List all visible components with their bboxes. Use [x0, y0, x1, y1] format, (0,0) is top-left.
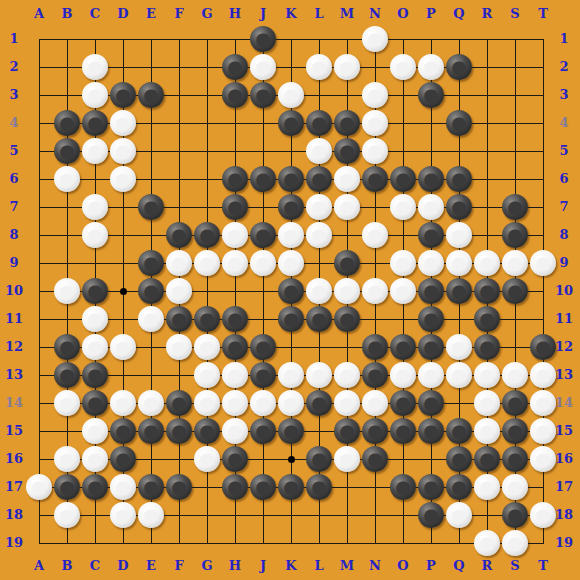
- point-T7[interactable]: [529, 193, 557, 221]
- point-K7[interactable]: ●: [277, 193, 305, 221]
- point-J17[interactable]: ●: [249, 473, 277, 501]
- point-H19[interactable]: [221, 529, 249, 557]
- point-H12[interactable]: ●: [221, 333, 249, 361]
- point-J19[interactable]: [249, 529, 277, 557]
- point-B12[interactable]: ●: [53, 333, 81, 361]
- point-S2[interactable]: [501, 53, 529, 81]
- point-E15[interactable]: ●: [137, 417, 165, 445]
- point-P2[interactable]: ●: [417, 53, 445, 81]
- point-L10[interactable]: ●: [305, 277, 333, 305]
- point-M5[interactable]: ●: [333, 137, 361, 165]
- point-P11[interactable]: ●: [417, 305, 445, 333]
- point-D12[interactable]: ●: [109, 333, 137, 361]
- point-M18[interactable]: [333, 501, 361, 529]
- point-E4[interactable]: [137, 109, 165, 137]
- point-A13[interactable]: [25, 361, 53, 389]
- point-N4[interactable]: ●: [361, 109, 389, 137]
- point-C11[interactable]: ●: [81, 305, 109, 333]
- point-F14[interactable]: ●: [165, 389, 193, 417]
- point-H8[interactable]: ●: [221, 221, 249, 249]
- point-D2[interactable]: [109, 53, 137, 81]
- point-Q5[interactable]: [445, 137, 473, 165]
- point-A3[interactable]: [25, 81, 53, 109]
- point-P13[interactable]: ●: [417, 361, 445, 389]
- point-C8[interactable]: ●: [81, 221, 109, 249]
- point-D8[interactable]: [109, 221, 137, 249]
- point-Q7[interactable]: ●: [445, 193, 473, 221]
- point-E12[interactable]: [137, 333, 165, 361]
- point-S6[interactable]: [501, 165, 529, 193]
- point-Q10[interactable]: ●: [445, 277, 473, 305]
- point-K12[interactable]: [277, 333, 305, 361]
- point-F2[interactable]: [165, 53, 193, 81]
- point-K14[interactable]: ●: [277, 389, 305, 417]
- point-H7[interactable]: ●: [221, 193, 249, 221]
- point-S11[interactable]: [501, 305, 529, 333]
- point-T15[interactable]: ●: [529, 417, 557, 445]
- point-L11[interactable]: ●: [305, 305, 333, 333]
- point-Q3[interactable]: [445, 81, 473, 109]
- point-P17[interactable]: ●: [417, 473, 445, 501]
- point-R1[interactable]: [473, 25, 501, 53]
- point-A18[interactable]: [25, 501, 53, 529]
- point-M17[interactable]: [333, 473, 361, 501]
- point-J9[interactable]: ●: [249, 249, 277, 277]
- point-T1[interactable]: [529, 25, 557, 53]
- point-P6[interactable]: ●: [417, 165, 445, 193]
- point-F9[interactable]: ●: [165, 249, 193, 277]
- point-F4[interactable]: [165, 109, 193, 137]
- point-H15[interactable]: ●: [221, 417, 249, 445]
- point-D17[interactable]: ●: [109, 473, 137, 501]
- point-Q6[interactable]: ●: [445, 165, 473, 193]
- point-Q12[interactable]: ●: [445, 333, 473, 361]
- point-L7[interactable]: ●: [305, 193, 333, 221]
- point-N15[interactable]: ●: [361, 417, 389, 445]
- point-J15[interactable]: ●: [249, 417, 277, 445]
- point-J7[interactable]: [249, 193, 277, 221]
- point-G2[interactable]: [193, 53, 221, 81]
- point-R12[interactable]: ●: [473, 333, 501, 361]
- point-C2[interactable]: ●: [81, 53, 109, 81]
- point-A9[interactable]: [25, 249, 53, 277]
- point-T17[interactable]: [529, 473, 557, 501]
- point-J8[interactable]: ●: [249, 221, 277, 249]
- point-R7[interactable]: [473, 193, 501, 221]
- point-O5[interactable]: [389, 137, 417, 165]
- point-Q15[interactable]: ●: [445, 417, 473, 445]
- point-H10[interactable]: [221, 277, 249, 305]
- point-M1[interactable]: [333, 25, 361, 53]
- point-A5[interactable]: [25, 137, 53, 165]
- point-Q19[interactable]: [445, 529, 473, 557]
- point-K8[interactable]: ●: [277, 221, 305, 249]
- point-T6[interactable]: [529, 165, 557, 193]
- point-G15[interactable]: ●: [193, 417, 221, 445]
- point-H11[interactable]: ●: [221, 305, 249, 333]
- point-N5[interactable]: ●: [361, 137, 389, 165]
- point-A15[interactable]: [25, 417, 53, 445]
- point-J14[interactable]: ●: [249, 389, 277, 417]
- point-Q18[interactable]: ●: [445, 501, 473, 529]
- point-O10[interactable]: ●: [389, 277, 417, 305]
- point-B8[interactable]: [53, 221, 81, 249]
- point-F3[interactable]: [165, 81, 193, 109]
- point-L17[interactable]: ●: [305, 473, 333, 501]
- point-K1[interactable]: [277, 25, 305, 53]
- point-B17[interactable]: ●: [53, 473, 81, 501]
- point-F19[interactable]: [165, 529, 193, 557]
- point-N13[interactable]: ●: [361, 361, 389, 389]
- point-P19[interactable]: [417, 529, 445, 557]
- point-Q16[interactable]: ●: [445, 445, 473, 473]
- point-J3[interactable]: ●: [249, 81, 277, 109]
- point-T19[interactable]: [529, 529, 557, 557]
- point-Q4[interactable]: ●: [445, 109, 473, 137]
- point-L3[interactable]: [305, 81, 333, 109]
- point-O2[interactable]: ●: [389, 53, 417, 81]
- point-S14[interactable]: ●: [501, 389, 529, 417]
- point-P8[interactable]: ●: [417, 221, 445, 249]
- point-C1[interactable]: [81, 25, 109, 53]
- point-S3[interactable]: [501, 81, 529, 109]
- point-L9[interactable]: [305, 249, 333, 277]
- point-G1[interactable]: [193, 25, 221, 53]
- point-L13[interactable]: ●: [305, 361, 333, 389]
- point-P14[interactable]: ●: [417, 389, 445, 417]
- point-F10[interactable]: ●: [165, 277, 193, 305]
- point-B9[interactable]: [53, 249, 81, 277]
- point-N18[interactable]: [361, 501, 389, 529]
- point-T10[interactable]: [529, 277, 557, 305]
- point-R16[interactable]: ●: [473, 445, 501, 473]
- point-F15[interactable]: ●: [165, 417, 193, 445]
- point-D6[interactable]: ●: [109, 165, 137, 193]
- point-B16[interactable]: ●: [53, 445, 81, 473]
- point-D18[interactable]: ●: [109, 501, 137, 529]
- point-M4[interactable]: ●: [333, 109, 361, 137]
- point-Q13[interactable]: ●: [445, 361, 473, 389]
- point-M2[interactable]: ●: [333, 53, 361, 81]
- point-F8[interactable]: ●: [165, 221, 193, 249]
- point-D5[interactable]: ●: [109, 137, 137, 165]
- point-L2[interactable]: ●: [305, 53, 333, 81]
- point-E9[interactable]: ●: [137, 249, 165, 277]
- point-R2[interactable]: [473, 53, 501, 81]
- point-N17[interactable]: [361, 473, 389, 501]
- point-E7[interactable]: ●: [137, 193, 165, 221]
- point-R14[interactable]: ●: [473, 389, 501, 417]
- point-F7[interactable]: [165, 193, 193, 221]
- point-B14[interactable]: ●: [53, 389, 81, 417]
- point-P16[interactable]: [417, 445, 445, 473]
- point-R10[interactable]: ●: [473, 277, 501, 305]
- point-J4[interactable]: [249, 109, 277, 137]
- point-C14[interactable]: ●: [81, 389, 109, 417]
- point-M12[interactable]: [333, 333, 361, 361]
- point-A6[interactable]: [25, 165, 53, 193]
- point-G12[interactable]: ●: [193, 333, 221, 361]
- point-B10[interactable]: ●: [53, 277, 81, 305]
- point-P5[interactable]: [417, 137, 445, 165]
- point-M16[interactable]: ●: [333, 445, 361, 473]
- point-N7[interactable]: [361, 193, 389, 221]
- point-A1[interactable]: [25, 25, 53, 53]
- point-E10[interactable]: ●: [137, 277, 165, 305]
- point-P4[interactable]: [417, 109, 445, 137]
- point-T12[interactable]: ●: [529, 333, 557, 361]
- point-K13[interactable]: ●: [277, 361, 305, 389]
- point-S18[interactable]: ●: [501, 501, 529, 529]
- point-S4[interactable]: [501, 109, 529, 137]
- point-P1[interactable]: [417, 25, 445, 53]
- point-F16[interactable]: [165, 445, 193, 473]
- point-N8[interactable]: ●: [361, 221, 389, 249]
- point-S8[interactable]: ●: [501, 221, 529, 249]
- point-N19[interactable]: [361, 529, 389, 557]
- point-R13[interactable]: ●: [473, 361, 501, 389]
- point-N10[interactable]: ●: [361, 277, 389, 305]
- point-S16[interactable]: ●: [501, 445, 529, 473]
- point-T11[interactable]: [529, 305, 557, 333]
- point-E19[interactable]: [137, 529, 165, 557]
- point-H9[interactable]: ●: [221, 249, 249, 277]
- point-M19[interactable]: [333, 529, 361, 557]
- point-T4[interactable]: [529, 109, 557, 137]
- point-K6[interactable]: ●: [277, 165, 305, 193]
- point-M13[interactable]: ●: [333, 361, 361, 389]
- point-H13[interactable]: ●: [221, 361, 249, 389]
- point-R5[interactable]: [473, 137, 501, 165]
- point-O17[interactable]: ●: [389, 473, 417, 501]
- point-F1[interactable]: [165, 25, 193, 53]
- point-H6[interactable]: ●: [221, 165, 249, 193]
- point-K2[interactable]: [277, 53, 305, 81]
- point-H1[interactable]: [221, 25, 249, 53]
- point-J10[interactable]: [249, 277, 277, 305]
- point-T14[interactable]: ●: [529, 389, 557, 417]
- point-O4[interactable]: [389, 109, 417, 137]
- point-A11[interactable]: [25, 305, 53, 333]
- point-G5[interactable]: [193, 137, 221, 165]
- point-C9[interactable]: [81, 249, 109, 277]
- point-O16[interactable]: [389, 445, 417, 473]
- point-N3[interactable]: ●: [361, 81, 389, 109]
- point-B5[interactable]: ●: [53, 137, 81, 165]
- point-B7[interactable]: [53, 193, 81, 221]
- point-N6[interactable]: ●: [361, 165, 389, 193]
- point-P10[interactable]: ●: [417, 277, 445, 305]
- point-A12[interactable]: [25, 333, 53, 361]
- point-G17[interactable]: [193, 473, 221, 501]
- point-L12[interactable]: [305, 333, 333, 361]
- point-Q1[interactable]: [445, 25, 473, 53]
- point-L15[interactable]: [305, 417, 333, 445]
- point-G9[interactable]: ●: [193, 249, 221, 277]
- point-E1[interactable]: [137, 25, 165, 53]
- point-F18[interactable]: [165, 501, 193, 529]
- point-J6[interactable]: ●: [249, 165, 277, 193]
- point-D3[interactable]: ●: [109, 81, 137, 109]
- point-L19[interactable]: [305, 529, 333, 557]
- point-O7[interactable]: ●: [389, 193, 417, 221]
- point-S9[interactable]: ●: [501, 249, 529, 277]
- point-C6[interactable]: [81, 165, 109, 193]
- point-C3[interactable]: ●: [81, 81, 109, 109]
- point-P12[interactable]: ●: [417, 333, 445, 361]
- point-O12[interactable]: ●: [389, 333, 417, 361]
- point-O3[interactable]: [389, 81, 417, 109]
- point-B18[interactable]: ●: [53, 501, 81, 529]
- point-O11[interactable]: [389, 305, 417, 333]
- point-R9[interactable]: ●: [473, 249, 501, 277]
- point-K19[interactable]: [277, 529, 305, 557]
- point-S17[interactable]: ●: [501, 473, 529, 501]
- point-H2[interactable]: ●: [221, 53, 249, 81]
- point-G18[interactable]: [193, 501, 221, 529]
- point-K17[interactable]: ●: [277, 473, 305, 501]
- point-A16[interactable]: [25, 445, 53, 473]
- point-S19[interactable]: ●: [501, 529, 529, 557]
- point-J2[interactable]: ●: [249, 53, 277, 81]
- point-P15[interactable]: ●: [417, 417, 445, 445]
- point-L4[interactable]: ●: [305, 109, 333, 137]
- point-E5[interactable]: [137, 137, 165, 165]
- point-C18[interactable]: [81, 501, 109, 529]
- point-A10[interactable]: [25, 277, 53, 305]
- point-S5[interactable]: [501, 137, 529, 165]
- point-M6[interactable]: ●: [333, 165, 361, 193]
- point-M11[interactable]: ●: [333, 305, 361, 333]
- point-D4[interactable]: ●: [109, 109, 137, 137]
- point-D1[interactable]: [109, 25, 137, 53]
- point-B1[interactable]: [53, 25, 81, 53]
- point-H17[interactable]: ●: [221, 473, 249, 501]
- point-M8[interactable]: [333, 221, 361, 249]
- point-K9[interactable]: ●: [277, 249, 305, 277]
- point-L1[interactable]: [305, 25, 333, 53]
- point-G14[interactable]: ●: [193, 389, 221, 417]
- point-O6[interactable]: ●: [389, 165, 417, 193]
- point-T13[interactable]: ●: [529, 361, 557, 389]
- point-H4[interactable]: [221, 109, 249, 137]
- point-C16[interactable]: ●: [81, 445, 109, 473]
- point-D13[interactable]: [109, 361, 137, 389]
- point-B6[interactable]: ●: [53, 165, 81, 193]
- point-H14[interactable]: ●: [221, 389, 249, 417]
- point-K5[interactable]: [277, 137, 305, 165]
- point-N11[interactable]: [361, 305, 389, 333]
- point-C10[interactable]: ●: [81, 277, 109, 305]
- point-H16[interactable]: ●: [221, 445, 249, 473]
- point-G16[interactable]: ●: [193, 445, 221, 473]
- point-L18[interactable]: [305, 501, 333, 529]
- point-C15[interactable]: ●: [81, 417, 109, 445]
- point-T16[interactable]: ●: [529, 445, 557, 473]
- point-A2[interactable]: [25, 53, 53, 81]
- point-E14[interactable]: ●: [137, 389, 165, 417]
- point-C4[interactable]: ●: [81, 109, 109, 137]
- point-A17[interactable]: ●: [25, 473, 53, 501]
- point-Q2[interactable]: ●: [445, 53, 473, 81]
- point-J18[interactable]: [249, 501, 277, 529]
- point-Q9[interactable]: ●: [445, 249, 473, 277]
- point-G10[interactable]: [193, 277, 221, 305]
- point-M3[interactable]: [333, 81, 361, 109]
- point-B15[interactable]: [53, 417, 81, 445]
- point-K16[interactable]: [277, 445, 305, 473]
- point-R8[interactable]: [473, 221, 501, 249]
- point-J16[interactable]: [249, 445, 277, 473]
- point-F6[interactable]: [165, 165, 193, 193]
- point-B19[interactable]: [53, 529, 81, 557]
- point-F5[interactable]: [165, 137, 193, 165]
- point-D15[interactable]: ●: [109, 417, 137, 445]
- point-D7[interactable]: [109, 193, 137, 221]
- point-O9[interactable]: ●: [389, 249, 417, 277]
- point-B11[interactable]: [53, 305, 81, 333]
- point-M10[interactable]: ●: [333, 277, 361, 305]
- point-P18[interactable]: ●: [417, 501, 445, 529]
- point-J5[interactable]: [249, 137, 277, 165]
- point-S7[interactable]: ●: [501, 193, 529, 221]
- point-R19[interactable]: ●: [473, 529, 501, 557]
- point-P3[interactable]: ●: [417, 81, 445, 109]
- point-S1[interactable]: [501, 25, 529, 53]
- point-Q8[interactable]: ●: [445, 221, 473, 249]
- point-T18[interactable]: ●: [529, 501, 557, 529]
- point-Q17[interactable]: ●: [445, 473, 473, 501]
- point-N9[interactable]: [361, 249, 389, 277]
- point-M14[interactable]: ●: [333, 389, 361, 417]
- point-E2[interactable]: [137, 53, 165, 81]
- point-T5[interactable]: [529, 137, 557, 165]
- point-R11[interactable]: ●: [473, 305, 501, 333]
- point-A7[interactable]: [25, 193, 53, 221]
- point-S10[interactable]: ●: [501, 277, 529, 305]
- point-C13[interactable]: ●: [81, 361, 109, 389]
- point-O8[interactable]: [389, 221, 417, 249]
- point-E13[interactable]: [137, 361, 165, 389]
- point-L5[interactable]: ●: [305, 137, 333, 165]
- point-O19[interactable]: [389, 529, 417, 557]
- point-J1[interactable]: ●: [249, 25, 277, 53]
- point-O18[interactable]: [389, 501, 417, 529]
- point-D9[interactable]: [109, 249, 137, 277]
- point-O15[interactable]: ●: [389, 417, 417, 445]
- point-O14[interactable]: ●: [389, 389, 417, 417]
- point-C19[interactable]: [81, 529, 109, 557]
- point-M7[interactable]: ●: [333, 193, 361, 221]
- point-B13[interactable]: ●: [53, 361, 81, 389]
- point-L6[interactable]: ●: [305, 165, 333, 193]
- point-T8[interactable]: [529, 221, 557, 249]
- point-A4[interactable]: [25, 109, 53, 137]
- point-C17[interactable]: ●: [81, 473, 109, 501]
- point-K18[interactable]: [277, 501, 305, 529]
- point-G19[interactable]: [193, 529, 221, 557]
- point-F13[interactable]: [165, 361, 193, 389]
- point-R17[interactable]: ●: [473, 473, 501, 501]
- point-F17[interactable]: ●: [165, 473, 193, 501]
- point-Q11[interactable]: [445, 305, 473, 333]
- point-N2[interactable]: [361, 53, 389, 81]
- point-P7[interactable]: ●: [417, 193, 445, 221]
- point-B2[interactable]: [53, 53, 81, 81]
- point-M9[interactable]: ●: [333, 249, 361, 277]
- point-K3[interactable]: ●: [277, 81, 305, 109]
- point-K4[interactable]: ●: [277, 109, 305, 137]
